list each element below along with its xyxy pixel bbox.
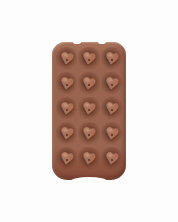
heart-icon: ♥ — [58, 49, 76, 68]
heart-icon: ♥ — [102, 99, 120, 118]
heart-icon: ♥ — [58, 99, 76, 118]
heart-icon: ♥ — [102, 74, 120, 93]
heart-icon: ♥ — [80, 99, 98, 118]
heart-cavity: ♥ — [101, 72, 122, 96]
mold-top-edge-notch — [73, 40, 81, 44]
mold-top-edge-notch — [98, 40, 106, 44]
product-photo: ♥♥♥♥♥♥♥♥♥♥♥♥♥♥♥ — [0, 0, 178, 222]
heart-icon: ♥ — [80, 49, 98, 68]
heart-icon: ♥ — [58, 149, 76, 168]
heart-cavity: ♥ — [56, 147, 77, 171]
heart-cavity: ♥ — [56, 122, 77, 146]
heart-cavity: ♥ — [101, 147, 122, 171]
heart-cavity: ♥ — [56, 47, 77, 71]
heart-cavity: ♥ — [56, 97, 77, 121]
heart-icon: ♥ — [102, 124, 120, 143]
heart-icon: ♥ — [80, 149, 98, 168]
heart-icon: ♥ — [80, 74, 98, 93]
heart-icon: ♥ — [102, 149, 120, 168]
cavity-grid: ♥♥♥♥♥♥♥♥♥♥♥♥♥♥♥ — [56, 47, 122, 171]
chocolate-mold: ♥♥♥♥♥♥♥♥♥♥♥♥♥♥♥ — [52, 42, 126, 180]
heart-icon: ♥ — [102, 49, 120, 68]
heart-icon: ♥ — [58, 124, 76, 143]
heart-cavity: ♥ — [56, 72, 77, 96]
heart-icon: ♥ — [80, 124, 98, 143]
heart-cavity: ♥ — [78, 47, 99, 71]
heart-cavity: ♥ — [78, 97, 99, 121]
heart-cavity: ♥ — [101, 97, 122, 121]
mold-bottom-edge-notch — [71, 177, 107, 185]
heart-cavity: ♥ — [78, 147, 99, 171]
heart-cavity: ♥ — [78, 72, 99, 96]
heart-cavity: ♥ — [78, 122, 99, 146]
heart-cavity: ♥ — [101, 122, 122, 146]
heart-cavity: ♥ — [101, 47, 122, 71]
heart-icon: ♥ — [58, 74, 76, 93]
